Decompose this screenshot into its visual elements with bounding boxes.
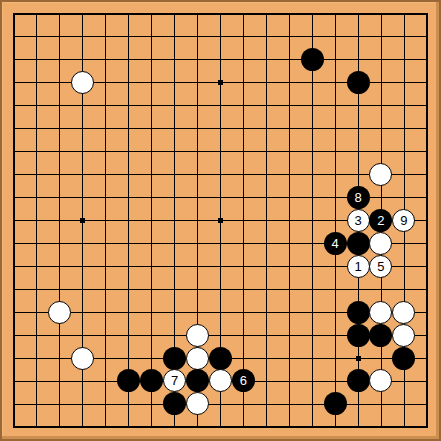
stone-black xyxy=(209,347,232,370)
stone-black-move-8: 8 xyxy=(347,186,370,209)
stone-black xyxy=(347,301,370,324)
stone-white xyxy=(71,71,94,94)
stone-white xyxy=(369,369,392,392)
stone-white xyxy=(48,301,71,324)
go-board: 832941576 xyxy=(0,0,441,441)
stone-white xyxy=(392,301,415,324)
stone-black xyxy=(140,369,163,392)
stone-white xyxy=(71,347,94,370)
stone-black-move-4: 4 xyxy=(324,232,347,255)
stone-black xyxy=(163,392,186,415)
stone-white xyxy=(369,232,392,255)
stone-white xyxy=(186,324,209,347)
stone-white-move-1: 1 xyxy=(347,255,370,278)
stone-white-move-9: 9 xyxy=(392,209,415,232)
stone-black xyxy=(347,324,370,347)
stone-white-move-7: 7 xyxy=(163,369,186,392)
stone-white xyxy=(186,392,209,415)
stone-white xyxy=(369,301,392,324)
stone-black xyxy=(186,369,209,392)
stone-black xyxy=(117,369,140,392)
stone-black-move-6: 6 xyxy=(232,369,255,392)
stone-white-move-3: 3 xyxy=(347,209,370,232)
stone-white xyxy=(186,347,209,370)
stone-white xyxy=(392,324,415,347)
stone-black xyxy=(347,232,370,255)
stone-black-move-2: 2 xyxy=(369,209,392,232)
stones-grid: 832941576 xyxy=(3,3,439,439)
stone-white xyxy=(369,163,392,186)
stone-black xyxy=(163,347,186,370)
stone-black xyxy=(347,369,370,392)
stone-white-move-5: 5 xyxy=(369,255,392,278)
stone-black xyxy=(347,71,370,94)
stone-black xyxy=(392,347,415,370)
stone-white xyxy=(209,369,232,392)
stone-black xyxy=(369,324,392,347)
stone-black xyxy=(324,392,347,415)
stone-black xyxy=(301,48,324,71)
